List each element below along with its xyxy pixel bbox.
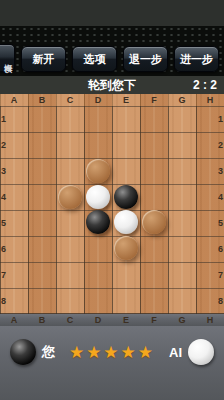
- col-label-D: D: [84, 314, 112, 326]
- col-label-A: A: [0, 314, 28, 326]
- cell-A6[interactable]: [0, 235, 28, 261]
- toolbar: 悔棋 新开选项退一步进一步: [0, 26, 224, 76]
- col-label-E: E: [112, 94, 140, 106]
- toolbar-button-4[interactable]: 进一步: [174, 46, 219, 72]
- cell-D6[interactable]: [84, 235, 112, 261]
- cell-F1[interactable]: [140, 106, 168, 132]
- column-labels-bottom: ABCDEFGH: [0, 314, 224, 326]
- cell-B3[interactable]: [28, 158, 56, 184]
- col-label-B: B: [28, 314, 56, 326]
- cell-C5[interactable]: [56, 210, 84, 236]
- cell-H7[interactable]: [196, 261, 224, 287]
- cell-F7[interactable]: [140, 261, 168, 287]
- cell-A8[interactable]: [0, 287, 28, 313]
- cell-H4[interactable]: [196, 184, 224, 210]
- col-label-D: D: [84, 94, 112, 106]
- toolbar-button-3[interactable]: 退一步: [123, 46, 168, 72]
- cell-A1[interactable]: [0, 106, 28, 132]
- ai-label: AI: [169, 345, 182, 360]
- col-label-C: C: [56, 94, 84, 106]
- cell-B8[interactable]: [28, 287, 56, 313]
- legal-move-marker-D3[interactable]: [86, 159, 110, 183]
- cell-E4[interactable]: [112, 184, 140, 210]
- cell-B6[interactable]: [28, 235, 56, 261]
- you-label: 您: [42, 343, 55, 361]
- cell-F3[interactable]: [140, 158, 168, 184]
- cell-H3[interactable]: [196, 158, 224, 184]
- black-stone-icon: [10, 339, 36, 365]
- cell-D8[interactable]: [84, 287, 112, 313]
- black-stone-E4: [114, 185, 138, 209]
- cell-E7[interactable]: [112, 261, 140, 287]
- white-stone-icon: [188, 339, 214, 365]
- col-label-B: B: [28, 94, 56, 106]
- legal-move-marker-E6[interactable]: [114, 236, 138, 260]
- cell-G4[interactable]: [168, 184, 196, 210]
- cell-G7[interactable]: [168, 261, 196, 287]
- cell-B7[interactable]: [28, 261, 56, 287]
- cell-D7[interactable]: [84, 261, 112, 287]
- cell-D4[interactable]: [84, 184, 112, 210]
- cell-F2[interactable]: [140, 132, 168, 158]
- status-bar: [0, 0, 224, 26]
- white-stone-D4: [86, 185, 110, 209]
- cell-G5[interactable]: [168, 210, 196, 236]
- cell-C8[interactable]: [56, 287, 84, 313]
- cell-A4[interactable]: [0, 184, 28, 210]
- cell-C6[interactable]: [56, 235, 84, 261]
- cell-E2[interactable]: [112, 132, 140, 158]
- col-label-E: E: [112, 314, 140, 326]
- cell-B5[interactable]: [28, 210, 56, 236]
- cell-G1[interactable]: [168, 106, 196, 132]
- col-label-F: F: [140, 314, 168, 326]
- cell-C2[interactable]: [56, 132, 84, 158]
- cell-C1[interactable]: [56, 106, 84, 132]
- white-stone-E5: [114, 210, 138, 234]
- cell-H1[interactable]: [196, 106, 224, 132]
- legal-move-marker-F5[interactable]: [142, 210, 166, 234]
- cell-D2[interactable]: [84, 132, 112, 158]
- cell-E3[interactable]: [112, 158, 140, 184]
- cell-D3[interactable]: [84, 158, 112, 184]
- turn-bar: 轮到您下 2 : 2: [0, 76, 224, 94]
- cell-A3[interactable]: [0, 158, 28, 184]
- cell-H2[interactable]: [196, 132, 224, 158]
- black-stone-D5: [86, 210, 110, 234]
- cell-F4[interactable]: [140, 184, 168, 210]
- cell-E6[interactable]: [112, 235, 140, 261]
- col-label-A: A: [0, 94, 28, 106]
- cell-D5[interactable]: [84, 210, 112, 236]
- players-bar: 您 ★★★★★ AI: [0, 332, 224, 372]
- cell-D1[interactable]: [84, 106, 112, 132]
- app-screen: 悔棋 新开选项退一步进一步 轮到您下 2 : 2 ABCDEFGH ABCDEF…: [0, 0, 224, 400]
- cell-A2[interactable]: [0, 132, 28, 158]
- cell-B2[interactable]: [28, 132, 56, 158]
- cell-H5[interactable]: [196, 210, 224, 236]
- cell-E5[interactable]: [112, 210, 140, 236]
- cell-E1[interactable]: [112, 106, 140, 132]
- cell-H6[interactable]: [196, 235, 224, 261]
- cell-C4[interactable]: [56, 184, 84, 210]
- cell-A7[interactable]: [0, 261, 28, 287]
- ai-difficulty-stars: ★★★★★: [61, 342, 163, 363]
- reversi-board: ABCDEFGH ABCDEFGH 12345678 12345678: [0, 94, 224, 326]
- board-grid: [0, 106, 224, 314]
- cell-G2[interactable]: [168, 132, 196, 158]
- cell-C7[interactable]: [56, 261, 84, 287]
- bottom-panel: 您 ★★★★★ AI: [0, 326, 224, 400]
- cell-F5[interactable]: [140, 210, 168, 236]
- cell-B1[interactable]: [28, 106, 56, 132]
- cell-F6[interactable]: [140, 235, 168, 261]
- cell-G6[interactable]: [168, 235, 196, 261]
- col-label-C: C: [56, 314, 84, 326]
- turn-message: 轮到您下: [88, 77, 136, 94]
- score-display: 2 : 2: [193, 76, 217, 94]
- col-label-H: H: [196, 314, 224, 326]
- cell-A5[interactable]: [0, 210, 28, 236]
- col-label-G: G: [168, 314, 196, 326]
- col-label-G: G: [168, 94, 196, 106]
- cell-F8[interactable]: [140, 287, 168, 313]
- col-label-H: H: [196, 94, 224, 106]
- cell-G8[interactable]: [168, 287, 196, 313]
- legal-move-marker-C4[interactable]: [58, 185, 82, 209]
- cell-C3[interactable]: [56, 158, 84, 184]
- toolbar-button-2[interactable]: 选项: [72, 46, 117, 72]
- cell-H8[interactable]: [196, 287, 224, 313]
- cell-G3[interactable]: [168, 158, 196, 184]
- cell-E8[interactable]: [112, 287, 140, 313]
- undo-move-side-tab[interactable]: 悔棋: [0, 44, 15, 72]
- cell-B4[interactable]: [28, 184, 56, 210]
- column-labels-top: ABCDEFGH: [0, 94, 224, 106]
- col-label-F: F: [140, 94, 168, 106]
- toolbar-button-1[interactable]: 新开: [21, 46, 66, 72]
